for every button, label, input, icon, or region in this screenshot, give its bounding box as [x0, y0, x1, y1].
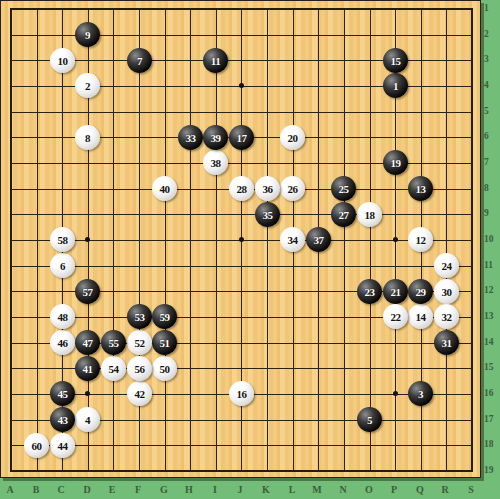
grid-line-horizontal — [11, 266, 472, 267]
row-label-17: 17 — [484, 413, 500, 426]
move-number: 60 — [32, 440, 42, 452]
move-number: 6 — [60, 260, 65, 272]
move-number: 36 — [263, 183, 273, 195]
move-number: 57 — [83, 286, 93, 298]
move-number: 45 — [58, 388, 68, 400]
white-stone-move-46: 46 — [50, 330, 75, 355]
row-label-5: 5 — [484, 105, 500, 118]
black-stone-move-5: 5 — [357, 407, 382, 432]
black-stone-move-39: 39 — [203, 125, 228, 150]
white-stone-move-50: 50 — [152, 356, 177, 381]
move-number: 42 — [135, 388, 145, 400]
move-number: 2 — [85, 80, 90, 92]
move-number: 39 — [211, 132, 221, 144]
move-number: 50 — [160, 363, 170, 375]
move-number: 10 — [58, 55, 68, 67]
move-number: 38 — [211, 157, 221, 169]
black-stone-move-13: 13 — [408, 176, 433, 201]
white-stone-move-60: 60 — [24, 433, 49, 458]
white-stone-move-26: 26 — [280, 176, 305, 201]
white-stone-move-54: 54 — [101, 356, 126, 381]
move-number: 15 — [391, 55, 401, 67]
column-label-E: E — [102, 482, 122, 498]
black-stone-move-43: 43 — [50, 407, 75, 432]
white-stone-move-42: 42 — [127, 381, 152, 406]
row-label-8: 8 — [484, 182, 500, 195]
move-number: 52 — [135, 337, 145, 349]
black-stone-move-25: 25 — [331, 176, 356, 201]
row-label-7: 7 — [484, 156, 500, 169]
grid-line-vertical — [344, 9, 345, 471]
white-stone-move-20: 20 — [280, 125, 305, 150]
white-stone-move-30: 30 — [434, 279, 459, 304]
column-label-I: I — [205, 482, 225, 498]
column-label-F: F — [128, 482, 148, 498]
row-label-12: 12 — [484, 284, 500, 297]
column-label-N: N — [333, 482, 353, 498]
white-stone-move-28: 28 — [229, 176, 254, 201]
white-stone-move-16: 16 — [229, 381, 254, 406]
white-stone-move-24: 24 — [434, 253, 459, 278]
row-label-13: 13 — [484, 310, 500, 323]
move-number: 17 — [237, 132, 247, 144]
grid-line-vertical — [267, 9, 268, 471]
column-label-R: R — [435, 482, 455, 498]
black-stone-move-33: 33 — [178, 125, 203, 150]
row-label-6: 6 — [484, 130, 500, 143]
row-label-14: 14 — [484, 336, 500, 349]
black-stone-move-41: 41 — [75, 356, 100, 381]
black-stone-move-31: 31 — [434, 330, 459, 355]
white-stone-move-22: 22 — [383, 304, 408, 329]
white-stone-move-18: 18 — [357, 202, 382, 227]
move-number: 3 — [418, 388, 423, 400]
column-label-A: A — [0, 482, 20, 498]
move-number: 34 — [288, 234, 298, 246]
move-number: 41 — [83, 363, 93, 375]
move-number: 29 — [416, 286, 426, 298]
black-stone-move-45: 45 — [50, 381, 75, 406]
move-number: 47 — [83, 337, 93, 349]
move-number: 35 — [263, 209, 273, 221]
white-stone-move-44: 44 — [50, 433, 75, 458]
move-number: 21 — [391, 286, 401, 298]
white-stone-move-56: 56 — [127, 356, 152, 381]
move-number: 33 — [186, 132, 196, 144]
black-stone-move-15: 15 — [383, 48, 408, 73]
black-stone-move-17: 17 — [229, 125, 254, 150]
black-stone-move-23: 23 — [357, 279, 382, 304]
move-number: 24 — [442, 260, 452, 272]
white-stone-move-6: 6 — [50, 253, 75, 278]
white-stone-move-32: 32 — [434, 304, 459, 329]
grid-line-horizontal — [11, 445, 472, 446]
row-label-15: 15 — [484, 361, 500, 374]
row-label-1: 1 — [484, 2, 500, 15]
black-stone-move-7: 7 — [127, 48, 152, 73]
move-number: 53 — [135, 311, 145, 323]
star-point — [393, 391, 398, 396]
move-number: 19 — [391, 157, 401, 169]
move-number: 8 — [85, 132, 90, 144]
black-stone-move-9: 9 — [75, 22, 100, 47]
row-label-9: 9 — [484, 207, 500, 220]
move-number: 58 — [58, 234, 68, 246]
column-label-K: K — [256, 482, 276, 498]
column-label-G: G — [154, 482, 174, 498]
black-stone-move-35: 35 — [255, 202, 280, 227]
row-label-19: 19 — [484, 464, 500, 477]
column-label-P: P — [384, 482, 404, 498]
column-label-Q: Q — [410, 482, 430, 498]
move-number: 23 — [365, 286, 375, 298]
move-number: 48 — [58, 311, 68, 323]
move-number: 40 — [160, 183, 170, 195]
column-label-O: O — [359, 482, 379, 498]
move-number: 28 — [237, 183, 247, 195]
column-label-M: M — [307, 482, 327, 498]
grid-line-vertical — [370, 9, 371, 471]
row-label-2: 2 — [484, 28, 500, 41]
white-stone-move-2: 2 — [75, 73, 100, 98]
move-number: 4 — [85, 414, 90, 426]
white-stone-move-36: 36 — [255, 176, 280, 201]
white-stone-move-52: 52 — [127, 330, 152, 355]
row-label-18: 18 — [484, 438, 500, 451]
black-stone-move-59: 59 — [152, 304, 177, 329]
move-number: 18 — [365, 209, 375, 221]
move-number: 13 — [416, 183, 426, 195]
white-stone-move-48: 48 — [50, 304, 75, 329]
black-stone-move-21: 21 — [383, 279, 408, 304]
move-number: 20 — [288, 132, 298, 144]
move-number: 12 — [416, 234, 426, 246]
white-stone-move-4: 4 — [75, 407, 100, 432]
column-label-S: S — [461, 482, 481, 498]
move-number: 55 — [109, 337, 119, 349]
black-stone-move-51: 51 — [152, 330, 177, 355]
row-label-4: 4 — [484, 79, 500, 92]
move-number: 51 — [160, 337, 170, 349]
star-point — [239, 83, 244, 88]
column-label-D: D — [77, 482, 97, 498]
black-stone-move-57: 57 — [75, 279, 100, 304]
white-stone-move-12: 12 — [408, 227, 433, 252]
move-number: 11 — [211, 55, 220, 67]
white-stone-move-34: 34 — [280, 227, 305, 252]
row-label-10: 10 — [484, 233, 500, 246]
go-board: 1234567891011121314151617181920212223242… — [0, 0, 481, 478]
star-point — [393, 237, 398, 242]
black-stone-move-3: 3 — [408, 381, 433, 406]
column-label-B: B — [26, 482, 46, 498]
column-label-L: L — [282, 482, 302, 498]
move-number: 59 — [160, 311, 170, 323]
black-stone-move-27: 27 — [331, 202, 356, 227]
move-number: 5 — [367, 414, 372, 426]
move-number: 31 — [442, 337, 452, 349]
column-label-C: C — [51, 482, 71, 498]
black-stone-move-47: 47 — [75, 330, 100, 355]
white-stone-move-8: 8 — [75, 125, 100, 150]
column-label-J: J — [230, 482, 250, 498]
move-number: 26 — [288, 183, 298, 195]
move-number: 46 — [58, 337, 68, 349]
move-number: 9 — [85, 29, 90, 41]
black-stone-move-19: 19 — [383, 150, 408, 175]
white-stone-move-40: 40 — [152, 176, 177, 201]
white-stone-move-10: 10 — [50, 48, 75, 73]
black-stone-move-37: 37 — [306, 227, 331, 252]
move-number: 37 — [314, 234, 324, 246]
move-number: 14 — [416, 311, 426, 323]
row-label-16: 16 — [484, 387, 500, 400]
black-stone-move-53: 53 — [127, 304, 152, 329]
white-stone-move-14: 14 — [408, 304, 433, 329]
move-number: 43 — [58, 414, 68, 426]
move-number: 30 — [442, 286, 452, 298]
move-number: 16 — [237, 388, 247, 400]
star-point — [85, 237, 90, 242]
black-stone-move-55: 55 — [101, 330, 126, 355]
row-label-3: 3 — [484, 53, 500, 66]
move-number: 22 — [391, 311, 401, 323]
move-number: 27 — [339, 209, 349, 221]
black-stone-move-1: 1 — [383, 73, 408, 98]
go-kifu-diagram: 1234567891011121314151617181920212223242… — [0, 0, 500, 499]
grid-line-vertical — [446, 9, 447, 471]
move-number: 25 — [339, 183, 349, 195]
move-number: 32 — [442, 311, 452, 323]
star-point — [85, 391, 90, 396]
white-stone-move-38: 38 — [203, 150, 228, 175]
column-label-H: H — [179, 482, 199, 498]
move-number: 56 — [135, 363, 145, 375]
move-number: 44 — [58, 440, 68, 452]
star-point — [239, 237, 244, 242]
move-number: 1 — [393, 80, 398, 92]
black-stone-move-11: 11 — [203, 48, 228, 73]
black-stone-move-29: 29 — [408, 279, 433, 304]
white-stone-move-58: 58 — [50, 227, 75, 252]
move-number: 7 — [137, 55, 142, 67]
move-number: 54 — [109, 363, 119, 375]
row-label-11: 11 — [484, 259, 500, 272]
